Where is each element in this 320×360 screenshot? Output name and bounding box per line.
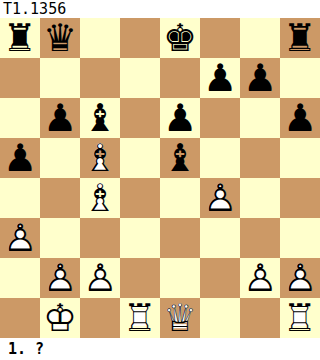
piece-white-rook: ♖ (280, 298, 320, 338)
white-rook-fill: ♜ (120, 298, 160, 338)
white-pawn-fill: ♟ (0, 218, 40, 258)
square-f1[interactable] (200, 298, 240, 338)
square-f4[interactable]: ♟♙ (200, 178, 240, 218)
piece-white-pawn: ♙ (0, 218, 40, 258)
square-b6[interactable]: ♟ (40, 98, 80, 138)
piece-white-rook: ♖ (120, 298, 160, 338)
piece-white-pawn: ♙ (280, 258, 320, 298)
square-d4[interactable] (120, 178, 160, 218)
square-a8[interactable]: ♜ (0, 18, 40, 58)
square-a4[interactable] (0, 178, 40, 218)
square-e4[interactable] (160, 178, 200, 218)
piece-black-queen: ♛ (40, 18, 80, 58)
square-h4[interactable] (280, 178, 320, 218)
square-f8[interactable] (200, 18, 240, 58)
square-b3[interactable] (40, 218, 80, 258)
piece-black-bishop: ♝ (160, 138, 200, 178)
square-d2[interactable] (120, 258, 160, 298)
piece-white-bishop: ♗ (80, 178, 120, 218)
piece-white-queen: ♕ (160, 298, 200, 338)
square-g7[interactable]: ♟ (240, 58, 280, 98)
square-h6[interactable]: ♟ (280, 98, 320, 138)
piece-black-pawn: ♟ (280, 98, 320, 138)
piece-black-rook: ♜ (280, 18, 320, 58)
piece-black-rook: ♜ (0, 18, 40, 58)
square-h3[interactable] (280, 218, 320, 258)
piece-white-pawn: ♙ (40, 258, 80, 298)
square-a1[interactable] (0, 298, 40, 338)
square-b5[interactable] (40, 138, 80, 178)
square-h5[interactable] (280, 138, 320, 178)
square-f5[interactable] (200, 138, 240, 178)
white-queen-fill: ♛ (160, 298, 200, 338)
white-pawn-fill: ♟ (240, 258, 280, 298)
square-c6[interactable]: ♝ (80, 98, 120, 138)
piece-white-bishop: ♗ (80, 138, 120, 178)
square-b1[interactable]: ♚♔ (40, 298, 80, 338)
white-pawn-fill: ♟ (200, 178, 240, 218)
square-c4[interactable]: ♝♗ (80, 178, 120, 218)
white-pawn-fill: ♟ (280, 258, 320, 298)
square-a6[interactable] (0, 98, 40, 138)
piece-white-pawn: ♙ (80, 258, 120, 298)
square-f2[interactable] (200, 258, 240, 298)
square-g5[interactable] (240, 138, 280, 178)
piece-white-pawn: ♙ (240, 258, 280, 298)
piece-black-pawn: ♟ (0, 138, 40, 178)
square-a2[interactable] (0, 258, 40, 298)
square-b8[interactable]: ♛ (40, 18, 80, 58)
square-f7[interactable]: ♟ (200, 58, 240, 98)
square-b2[interactable]: ♟♙ (40, 258, 80, 298)
square-d8[interactable] (120, 18, 160, 58)
piece-white-king: ♔ (40, 298, 80, 338)
square-a7[interactable] (0, 58, 40, 98)
white-king-fill: ♚ (40, 298, 80, 338)
square-g4[interactable] (240, 178, 280, 218)
square-c5[interactable]: ♝♗ (80, 138, 120, 178)
square-c1[interactable] (80, 298, 120, 338)
square-c7[interactable] (80, 58, 120, 98)
square-e3[interactable] (160, 218, 200, 258)
square-e1[interactable]: ♛♕ (160, 298, 200, 338)
square-e7[interactable] (160, 58, 200, 98)
square-d5[interactable] (120, 138, 160, 178)
square-f6[interactable] (200, 98, 240, 138)
square-d1[interactable]: ♜♖ (120, 298, 160, 338)
square-e2[interactable] (160, 258, 200, 298)
square-h7[interactable] (280, 58, 320, 98)
piece-black-pawn: ♟ (40, 98, 80, 138)
square-g6[interactable] (240, 98, 280, 138)
piece-black-pawn: ♟ (200, 58, 240, 98)
square-c8[interactable] (80, 18, 120, 58)
square-b7[interactable] (40, 58, 80, 98)
move-prompt: 1. ? (8, 339, 44, 360)
piece-black-pawn: ♟ (160, 98, 200, 138)
white-bishop-fill: ♝ (80, 138, 120, 178)
square-g8[interactable] (240, 18, 280, 58)
square-g1[interactable] (240, 298, 280, 338)
square-h1[interactable]: ♜♖ (280, 298, 320, 338)
square-b4[interactable] (40, 178, 80, 218)
square-e6[interactable]: ♟ (160, 98, 200, 138)
piece-black-king: ♚ (160, 18, 200, 58)
square-a3[interactable]: ♟♙ (0, 218, 40, 258)
square-c2[interactable]: ♟♙ (80, 258, 120, 298)
square-h8[interactable]: ♜ (280, 18, 320, 58)
square-e5[interactable]: ♝ (160, 138, 200, 178)
square-g3[interactable] (240, 218, 280, 258)
square-g2[interactable]: ♟♙ (240, 258, 280, 298)
piece-white-pawn: ♙ (200, 178, 240, 218)
chess-puzzle-page: T1.1356 ♜♛♚♜♟♟♟♝♟♟♟♝♗♝♝♗♟♙♟♙♟♙♟♙♟♙♟♙♚♔♜♖… (0, 0, 320, 360)
chess-board: ♜♛♚♜♟♟♟♝♟♟♟♝♗♝♝♗♟♙♟♙♟♙♟♙♟♙♟♙♚♔♜♖♛♕♜♖ (0, 18, 320, 338)
piece-black-pawn: ♟ (240, 58, 280, 98)
white-pawn-fill: ♟ (40, 258, 80, 298)
white-bishop-fill: ♝ (80, 178, 120, 218)
piece-black-bishop: ♝ (80, 98, 120, 138)
square-c3[interactable] (80, 218, 120, 258)
square-f3[interactable] (200, 218, 240, 258)
square-d3[interactable] (120, 218, 160, 258)
square-e8[interactable]: ♚ (160, 18, 200, 58)
white-rook-fill: ♜ (280, 298, 320, 338)
square-h2[interactable]: ♟♙ (280, 258, 320, 298)
puzzle-id-label: T1.1356 (3, 0, 66, 18)
square-d7[interactable] (120, 58, 160, 98)
square-d6[interactable] (120, 98, 160, 138)
white-pawn-fill: ♟ (80, 258, 120, 298)
square-a5[interactable]: ♟ (0, 138, 40, 178)
